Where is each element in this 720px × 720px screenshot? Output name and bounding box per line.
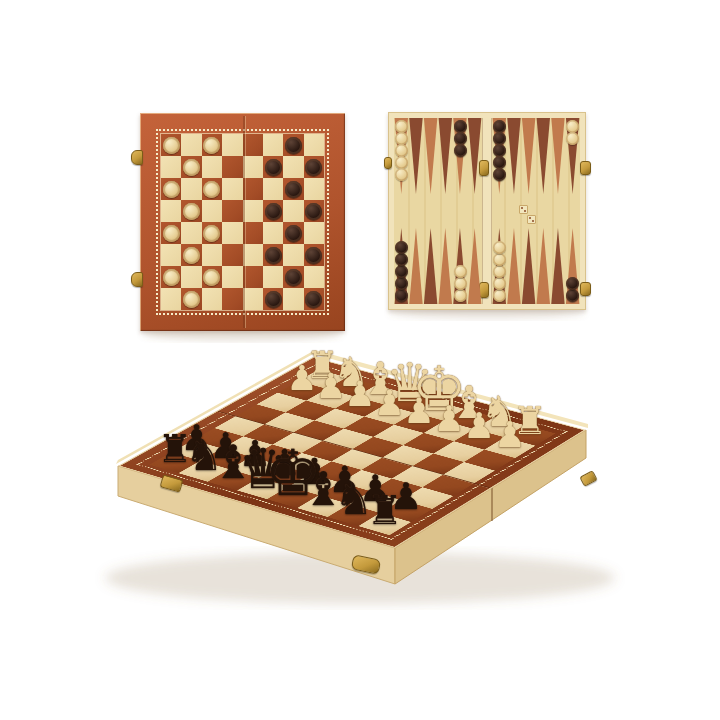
checkers-square <box>181 244 201 266</box>
checkers-square <box>263 200 283 222</box>
backgammon-point <box>507 118 522 194</box>
checker-dark <box>285 225 302 242</box>
checkers-square <box>243 156 263 178</box>
checkers-square <box>263 244 283 266</box>
checkers-square <box>202 244 222 266</box>
checker-light <box>183 247 200 264</box>
backgammon-checker-light <box>454 277 467 290</box>
backgammon-checker-dark <box>395 253 408 266</box>
checker-dark <box>265 159 282 176</box>
checkers-square <box>283 244 303 266</box>
checkers-fold-line <box>243 116 245 328</box>
checker-light <box>183 159 200 176</box>
checkers-square <box>243 134 263 156</box>
die-icon <box>527 215 536 224</box>
checker-dark <box>265 291 282 308</box>
checkers-square <box>222 266 242 288</box>
checkers-square <box>222 222 242 244</box>
checkers-square <box>304 266 324 288</box>
hinge-icon <box>131 150 143 165</box>
checkers-square <box>304 288 324 310</box>
checkers-square <box>263 222 283 244</box>
checker-light <box>163 225 180 242</box>
checkers-square <box>202 266 222 288</box>
checkers-square <box>304 156 324 178</box>
backgammon-point <box>423 228 438 304</box>
checkers-square <box>161 156 181 178</box>
checkers-square <box>181 266 201 288</box>
backgammon-point <box>521 228 536 304</box>
checkers-square <box>243 244 263 266</box>
checkers-square <box>181 134 201 156</box>
backgammon-board <box>388 112 586 310</box>
backgammon-point <box>521 118 536 194</box>
backgammon-checker-dark <box>493 168 506 181</box>
backgammon-point <box>438 228 453 304</box>
checkers-square <box>161 200 181 222</box>
checkers-square <box>161 134 181 156</box>
backgammon-checker-dark <box>395 241 408 254</box>
checker-light <box>183 291 200 308</box>
checker-dark <box>305 203 322 220</box>
checkers-square <box>222 134 242 156</box>
backgammon-point <box>438 118 453 194</box>
backgammon-point <box>536 228 551 304</box>
backgammon-checker-dark <box>395 289 408 302</box>
backgammon-checker-light <box>454 265 467 278</box>
backgammon-checker-light <box>395 168 408 181</box>
checkers-square <box>181 178 201 200</box>
checkers-square <box>283 134 303 156</box>
clasp-icon <box>580 161 591 175</box>
checkers-square <box>222 200 242 222</box>
checkers-square <box>304 244 324 266</box>
backgammon-point <box>409 118 424 194</box>
checkers-square <box>283 178 303 200</box>
checkers-square <box>202 222 222 244</box>
backgammon-checker-light <box>454 289 467 302</box>
checkers-square <box>161 266 181 288</box>
backgammon-point <box>551 118 566 194</box>
checker-dark <box>285 137 302 154</box>
checkers-frame <box>140 113 345 331</box>
checker-dark <box>305 247 322 264</box>
checker-dark <box>285 181 302 198</box>
checkers-square <box>181 156 201 178</box>
checker-light <box>203 137 220 154</box>
hinge-icon <box>131 272 143 287</box>
checkers-square <box>222 178 242 200</box>
backgammon-point <box>536 118 551 194</box>
backgammon-point <box>467 228 482 304</box>
checkers-square <box>161 244 181 266</box>
checkers-square <box>181 288 201 310</box>
checkers-square <box>161 178 181 200</box>
checkers-square <box>202 200 222 222</box>
checkers-square <box>283 266 303 288</box>
checkers-square <box>202 288 222 310</box>
checkers-square <box>243 288 263 310</box>
checkers-board <box>140 113 345 331</box>
checker-dark <box>305 291 322 308</box>
checkers-square <box>222 156 242 178</box>
backgammon-checker-light <box>493 289 506 302</box>
checkers-square <box>283 222 303 244</box>
checkers-square <box>202 156 222 178</box>
checkers-square <box>222 288 242 310</box>
checkers-square <box>263 288 283 310</box>
checkers-square <box>304 134 324 156</box>
backgammon-field <box>394 118 580 304</box>
checkers-square <box>283 156 303 178</box>
checkers-square <box>202 178 222 200</box>
checker-dark <box>285 269 302 286</box>
checkers-square <box>304 178 324 200</box>
die-icon <box>519 205 528 214</box>
backgammon-checker-dark <box>395 265 408 278</box>
checker-light <box>203 269 220 286</box>
backgammon-checker-light <box>493 277 506 290</box>
checkers-square <box>243 266 263 288</box>
backgammon-point <box>467 118 482 194</box>
checker-dark <box>265 203 282 220</box>
checker-dark <box>265 247 282 264</box>
hinge-icon <box>384 157 392 169</box>
clasp-icon <box>580 282 591 296</box>
checkers-square <box>161 288 181 310</box>
backgammon-checker-light <box>493 241 506 254</box>
hinge-icon <box>479 160 489 176</box>
backgammon-checker-light <box>566 132 579 145</box>
checkers-square <box>181 200 201 222</box>
checkers-square <box>283 288 303 310</box>
checkers-square <box>222 244 242 266</box>
checkers-square <box>243 200 263 222</box>
checkers-square <box>263 134 283 156</box>
checker-light <box>183 203 200 220</box>
backgammon-checker-light <box>493 253 506 266</box>
backgammon-point <box>551 228 566 304</box>
checkers-square <box>161 222 181 244</box>
checkers-square <box>243 222 263 244</box>
checker-light <box>203 225 220 242</box>
checker-light <box>163 137 180 154</box>
checkers-square <box>304 200 324 222</box>
checker-light <box>163 181 180 198</box>
backgammon-point <box>409 228 424 304</box>
checkers-square <box>243 178 263 200</box>
backgammon-checker-dark <box>454 144 467 157</box>
checkers-square <box>283 200 303 222</box>
backgammon-point <box>423 118 438 194</box>
backgammon-point <box>507 228 522 304</box>
checkers-square <box>263 178 283 200</box>
backgammon-checker-light <box>493 265 506 278</box>
checkers-square <box>202 134 222 156</box>
checkers-square <box>181 222 201 244</box>
backgammon-center-bar <box>482 118 492 304</box>
checker-dark <box>305 159 322 176</box>
checker-light <box>163 269 180 286</box>
game-set-photo: ♜♞♝♛♚♝♞♜♟♟♟♟♟♟♟♟♟♟♟♟♟♟♟♟♜♞♝♛♚♝♞♜ <box>0 0 720 720</box>
checkers-square <box>263 156 283 178</box>
checker-light <box>203 181 220 198</box>
case-sides-and-shadows <box>0 0 720 720</box>
backgammon-checker-dark <box>395 277 408 290</box>
checkers-square <box>263 266 283 288</box>
checkers-square <box>304 222 324 244</box>
